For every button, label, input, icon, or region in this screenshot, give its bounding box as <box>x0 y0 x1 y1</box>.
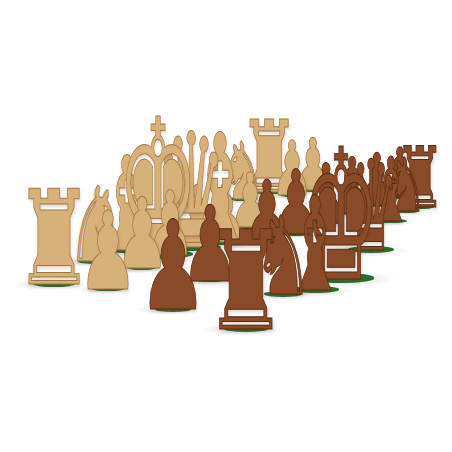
black-rook-1: ♜ <box>204 213 288 351</box>
black-pawn-1: ♟ <box>139 204 208 328</box>
chess-set-photo: ♜♞♝♚♛♝♞♜♟♟♟♟♟♟♟♟♟♟♟♟♟♟♟♟♜♞♝♚♛♝♞♜ <box>0 0 452 452</box>
white-pawn-1: ♟ <box>78 198 138 307</box>
